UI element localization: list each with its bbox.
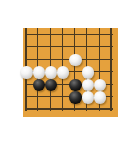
white-stone[interactable] bbox=[33, 66, 45, 78]
white-stone[interactable] bbox=[82, 66, 94, 78]
black-stone[interactable] bbox=[33, 79, 45, 91]
white-stone[interactable] bbox=[82, 91, 94, 103]
white-stone[interactable] bbox=[94, 91, 106, 103]
white-stone[interactable] bbox=[69, 54, 81, 66]
screenshot-canvas bbox=[0, 0, 140, 150]
grid-line bbox=[25, 46, 113, 47]
board-edge-line bbox=[110, 28, 112, 111]
white-stone[interactable] bbox=[20, 66, 32, 78]
black-stone[interactable] bbox=[69, 79, 81, 91]
white-stone[interactable] bbox=[82, 79, 94, 91]
black-stone[interactable] bbox=[45, 79, 57, 91]
white-stone[interactable] bbox=[57, 66, 69, 78]
board-edge-line bbox=[25, 108, 113, 110]
white-stone[interactable] bbox=[45, 66, 57, 78]
white-stone[interactable] bbox=[94, 79, 106, 91]
black-stone[interactable] bbox=[69, 91, 81, 103]
go-board[interactable] bbox=[23, 28, 118, 117]
grid-line bbox=[25, 34, 113, 35]
